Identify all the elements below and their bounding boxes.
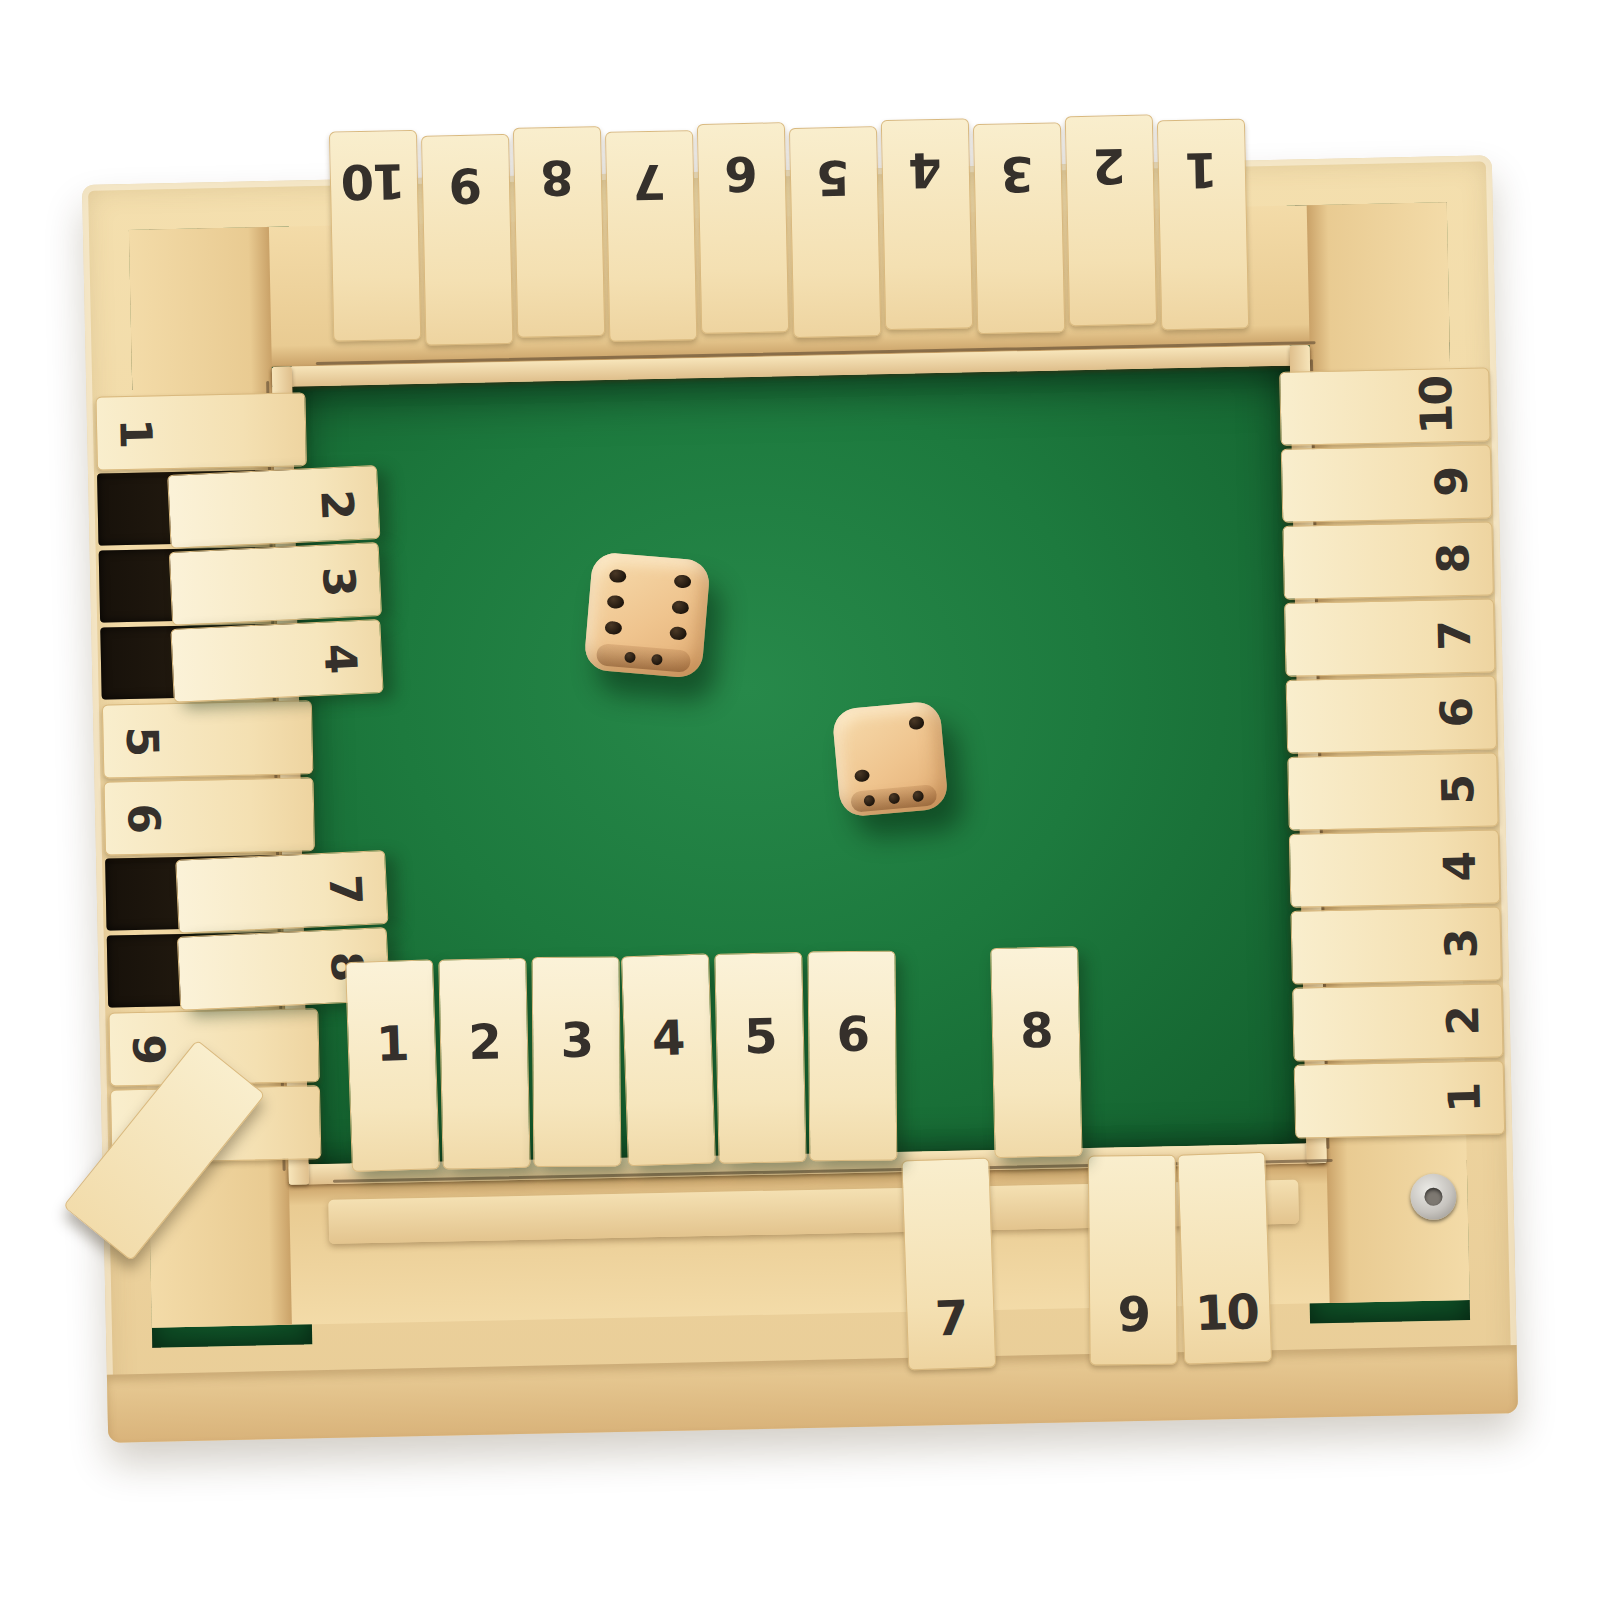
tile-bottom-5[interactable]: 5 bbox=[714, 952, 806, 1164]
tile-number: 1 bbox=[348, 1018, 436, 1069]
tile-bottom-6[interactable]: 6 bbox=[807, 951, 897, 1162]
tile-bottom-4[interactable]: 4 bbox=[621, 953, 716, 1166]
die-pip bbox=[912, 790, 924, 802]
tile-left-3[interactable]: 3 bbox=[169, 542, 382, 626]
die-pip bbox=[607, 594, 625, 609]
tile-right-1[interactable]: 1 bbox=[1294, 1060, 1506, 1138]
tile-number: 3 bbox=[974, 149, 1061, 199]
tile-top-6[interactable]: 6 bbox=[697, 122, 789, 334]
tile-bottom-7[interactable]: 7 bbox=[901, 1158, 996, 1371]
tile-left-7[interactable]: 7 bbox=[175, 850, 388, 934]
tile-number: 8 bbox=[992, 1005, 1079, 1055]
tile-left-4[interactable]: 4 bbox=[170, 619, 383, 703]
die-1-front-face-2 bbox=[596, 643, 692, 673]
tile-right-3[interactable]: 3 bbox=[1290, 906, 1502, 984]
shut-the-box-board: 1098765432112345678910109876543211234567… bbox=[82, 155, 1518, 1442]
tile-number: 6 bbox=[809, 1010, 895, 1059]
tile-number: 5 bbox=[791, 153, 878, 203]
tile-top-10[interactable]: 10 bbox=[329, 130, 421, 342]
tile-right-10[interactable]: 10 bbox=[1279, 367, 1491, 445]
die-2[interactable] bbox=[832, 700, 949, 817]
tile-left-1[interactable]: 1 bbox=[95, 392, 307, 470]
die-pip bbox=[651, 653, 663, 665]
die-2-top-face-2 bbox=[842, 710, 937, 789]
tile-bottom-2[interactable]: 2 bbox=[438, 958, 530, 1170]
tile-number: 8 bbox=[1432, 544, 1477, 574]
die-2-front-face-3 bbox=[850, 784, 938, 812]
tile-number: 10 bbox=[1183, 1287, 1271, 1338]
tile-right-4[interactable]: 4 bbox=[1289, 829, 1501, 907]
tile-top-8[interactable]: 8 bbox=[513, 126, 605, 338]
tile-number: 9 bbox=[126, 1034, 171, 1064]
tile-number: 3 bbox=[533, 1015, 619, 1064]
die-1[interactable] bbox=[583, 551, 710, 678]
tile-right-2[interactable]: 2 bbox=[1292, 983, 1504, 1061]
tile-number: 4 bbox=[1438, 852, 1483, 882]
tile-bottom-10[interactable]: 10 bbox=[1177, 1152, 1272, 1365]
tile-number: 9 bbox=[423, 161, 510, 211]
tile-number: 6 bbox=[121, 803, 166, 833]
tile-top-3[interactable]: 3 bbox=[973, 122, 1065, 334]
tile-number: 1 bbox=[1158, 146, 1245, 196]
tile-bottom-1[interactable]: 1 bbox=[345, 959, 440, 1172]
tile-number: 10 bbox=[1414, 377, 1459, 435]
die-pip bbox=[673, 574, 691, 589]
tile-number: 6 bbox=[1435, 698, 1480, 728]
die-pip bbox=[605, 620, 623, 635]
tile-top-2[interactable]: 2 bbox=[1065, 114, 1157, 326]
tile-right-9[interactable]: 9 bbox=[1281, 444, 1493, 522]
tile-right-8[interactable]: 8 bbox=[1282, 521, 1494, 599]
tile-number: 9 bbox=[1090, 1290, 1176, 1339]
tile-number: 5 bbox=[120, 726, 165, 756]
die-1-top-face-6 bbox=[597, 562, 700, 648]
tile-top-5[interactable]: 5 bbox=[789, 126, 881, 338]
tile-number: 2 bbox=[1066, 141, 1153, 191]
tile-top-9[interactable]: 9 bbox=[421, 134, 513, 346]
tile-top-1[interactable]: 1 bbox=[1157, 119, 1249, 331]
tile-right-6[interactable]: 6 bbox=[1286, 675, 1498, 753]
tile-number: 7 bbox=[1433, 621, 1478, 651]
tile-bottom-9[interactable]: 9 bbox=[1088, 1155, 1178, 1366]
tile-number: 6 bbox=[698, 149, 785, 199]
tile-number: 4 bbox=[318, 643, 363, 674]
die-pip bbox=[854, 769, 870, 783]
tile-bottom-8[interactable]: 8 bbox=[990, 946, 1082, 1158]
die-pip bbox=[671, 600, 689, 615]
tile-number: 5 bbox=[716, 1011, 803, 1061]
tile-number: 2 bbox=[1441, 1006, 1486, 1036]
tile-number: 1 bbox=[113, 418, 158, 448]
tile-left-6[interactable]: 6 bbox=[103, 777, 315, 855]
tile-number: 1 bbox=[1443, 1083, 1488, 1113]
die-pip bbox=[863, 795, 875, 807]
photo-stage: 1098765432112345678910109876543211234567… bbox=[0, 0, 1600, 1600]
tile-number: 10 bbox=[330, 157, 417, 207]
die-pip bbox=[609, 569, 627, 584]
tile-number: 5 bbox=[1436, 775, 1481, 805]
tile-left-2[interactable]: 2 bbox=[167, 465, 380, 549]
tile-number: 2 bbox=[441, 1017, 528, 1067]
tile-right-7[interactable]: 7 bbox=[1284, 598, 1496, 676]
tile-bottom-3[interactable]: 3 bbox=[532, 956, 622, 1167]
tile-number: 9 bbox=[1430, 468, 1475, 498]
tile-number: 7 bbox=[323, 874, 368, 905]
tile-number: 4 bbox=[624, 1012, 712, 1063]
tile-number: 3 bbox=[1440, 929, 1485, 959]
die-pip bbox=[908, 716, 924, 730]
tile-top-4[interactable]: 4 bbox=[881, 118, 973, 330]
die-pip bbox=[888, 792, 900, 804]
tile-right-5[interactable]: 5 bbox=[1287, 752, 1499, 830]
tile-top-7[interactable]: 7 bbox=[605, 130, 697, 342]
tile-left-5[interactable]: 5 bbox=[102, 700, 314, 778]
tile-number: 7 bbox=[907, 1293, 995, 1344]
die-pip bbox=[669, 626, 687, 641]
tile-number: 7 bbox=[607, 157, 694, 207]
tile-number: 8 bbox=[514, 153, 601, 203]
die-pip bbox=[625, 651, 637, 663]
tile-number: 2 bbox=[315, 489, 360, 520]
tile-number: 4 bbox=[882, 145, 969, 195]
tile-number: 3 bbox=[316, 566, 361, 597]
